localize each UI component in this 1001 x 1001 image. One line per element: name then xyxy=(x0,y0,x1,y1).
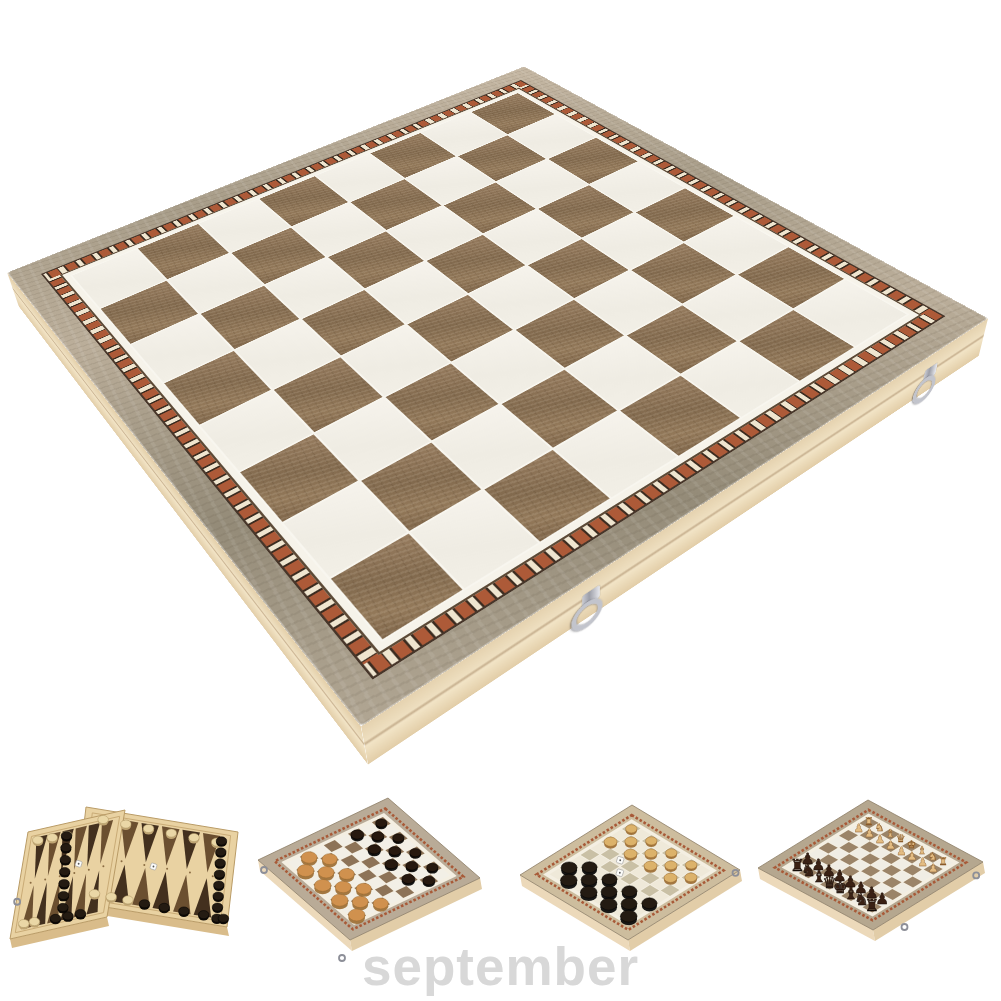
main-board-grid xyxy=(70,92,910,642)
checker-piece xyxy=(624,849,637,858)
chess-piece-N: ♞ xyxy=(875,821,884,833)
checker-piece xyxy=(427,863,438,871)
bg-checker xyxy=(58,903,69,911)
thumbnail-chess-set[interactable]: ♜♞♝♛♚♝♞♜♟♟♟♟♟♟♟♟♟♟♟♟♟♟♟♟♜♞♝♛♚♝♞♜ xyxy=(750,770,1000,970)
die-pip xyxy=(619,859,621,861)
chess-piece-Q: ♛ xyxy=(896,832,905,844)
peg-hole xyxy=(88,869,90,871)
chess-piece-r: ♜ xyxy=(865,896,880,915)
bg-checker xyxy=(60,855,71,863)
checker-piece xyxy=(348,909,365,921)
peg-hole xyxy=(121,860,123,862)
checker-piece xyxy=(604,837,617,846)
bg-checker xyxy=(50,914,61,922)
thumbnail-checkers-front[interactable] xyxy=(255,770,505,985)
checker-piece xyxy=(410,849,421,857)
checker-piece xyxy=(352,896,368,907)
checker-piece xyxy=(335,881,351,892)
checker-piece xyxy=(372,832,384,841)
checker-piece xyxy=(560,874,577,886)
checker-piece xyxy=(664,873,677,882)
bg-checker xyxy=(58,891,69,899)
checker-piece xyxy=(393,834,404,842)
checker-piece xyxy=(582,862,597,873)
checker-piece xyxy=(621,898,637,909)
bg-checker xyxy=(159,903,170,911)
chess-piece-N: ♞ xyxy=(928,850,937,862)
bg-checker xyxy=(75,909,86,917)
checker-piece xyxy=(622,886,637,897)
bg-checker xyxy=(143,824,154,832)
checker-piece xyxy=(385,859,398,868)
bg-checker xyxy=(121,820,132,828)
chess-piece-P: ♟ xyxy=(928,861,938,875)
peg-hole xyxy=(30,882,32,884)
chess-piece-P: ♟ xyxy=(907,849,917,863)
bg-checker xyxy=(214,881,225,889)
checker-piece xyxy=(625,837,637,846)
thumb-clasp xyxy=(902,924,908,930)
checker-piece xyxy=(402,874,415,883)
checker-piece xyxy=(645,849,657,858)
bg-checker xyxy=(61,843,72,851)
checker-piece xyxy=(644,861,657,870)
chess-piece-P: ♟ xyxy=(896,844,906,858)
bg-checker xyxy=(29,917,40,925)
checker-piece xyxy=(356,883,371,894)
bg-checker xyxy=(214,870,225,878)
chess-piece-K: ♚ xyxy=(907,838,916,850)
bg-checker xyxy=(33,836,44,844)
peg-hole xyxy=(189,872,191,874)
checker-piece xyxy=(423,876,435,885)
checker-piece xyxy=(580,886,597,898)
checker-piece xyxy=(322,854,337,865)
bg-checker xyxy=(19,919,30,927)
checker-piece xyxy=(373,898,388,909)
checker-piece xyxy=(301,852,317,863)
bg-checker xyxy=(216,848,227,856)
checker-piece xyxy=(646,837,657,845)
checker-piece xyxy=(686,861,697,869)
die-pip xyxy=(619,872,621,874)
bg-checker xyxy=(179,907,190,915)
bg-checker xyxy=(47,834,58,842)
metal-clasp xyxy=(915,361,941,409)
peg-hole xyxy=(143,864,145,866)
peg-hole xyxy=(212,875,214,877)
checker-piece xyxy=(600,898,617,910)
checker-piece xyxy=(685,873,697,882)
bg-checker xyxy=(106,893,117,901)
checker-piece xyxy=(601,886,617,897)
chess-piece-P: ♟ xyxy=(917,855,927,869)
thumbnail-checkers-angled[interactable] xyxy=(505,775,750,975)
bg-checker xyxy=(212,903,223,911)
bg-checker xyxy=(166,829,177,837)
bg-checker xyxy=(123,896,134,904)
checker-piece xyxy=(602,874,617,885)
chess-piece-P: ♟ xyxy=(854,821,864,835)
bg-checker xyxy=(63,912,74,920)
chess-piece-P: ♟ xyxy=(864,826,874,840)
chess-piece-B: ♝ xyxy=(917,844,926,856)
checker-piece xyxy=(406,861,418,870)
peg-hole xyxy=(44,879,46,881)
bg-checker xyxy=(59,879,70,887)
chess-piece-P: ♟ xyxy=(886,838,896,852)
checker-piece xyxy=(297,865,314,877)
checker-piece xyxy=(666,849,677,857)
chess-piece-P: ♟ xyxy=(875,832,885,846)
peg-hole xyxy=(166,868,168,870)
checker-piece xyxy=(389,847,401,856)
checker-piece xyxy=(351,830,364,839)
checker-piece xyxy=(368,845,381,854)
checker-piece xyxy=(376,819,387,827)
bg-checker xyxy=(59,867,70,875)
checker-piece xyxy=(642,898,657,909)
bg-checker xyxy=(89,890,100,898)
bg-checker xyxy=(189,833,200,841)
chess-piece-R: ♜ xyxy=(939,855,948,867)
checker-piece xyxy=(331,894,348,906)
checker-piece xyxy=(665,861,677,870)
bg-checker xyxy=(198,911,209,919)
checker-piece xyxy=(561,862,577,873)
die-pip xyxy=(78,863,80,865)
checker-piece xyxy=(581,874,597,885)
bg-checker xyxy=(213,892,224,900)
peg-hole xyxy=(73,872,75,874)
checker-piece xyxy=(339,868,354,879)
checker-piece xyxy=(318,867,334,878)
chess-piece-R: ♜ xyxy=(864,815,873,827)
bg-checker xyxy=(61,832,72,840)
bg-checker xyxy=(218,914,229,922)
thumb-clasp xyxy=(339,955,345,961)
checker-piece xyxy=(626,825,637,833)
metal-clasp xyxy=(578,582,604,635)
checker-piece xyxy=(620,910,637,922)
bg-checker xyxy=(215,859,226,867)
checker-piece xyxy=(314,879,331,891)
bg-checker xyxy=(139,900,150,908)
bg-checker xyxy=(98,815,109,823)
die-pip xyxy=(153,866,155,868)
main-chess-board xyxy=(7,66,988,726)
bg-checker xyxy=(216,837,227,845)
thumbnail-backgammon[interactable] xyxy=(3,752,255,962)
chess-piece-B: ♝ xyxy=(885,827,894,839)
peg-hole xyxy=(102,865,104,867)
